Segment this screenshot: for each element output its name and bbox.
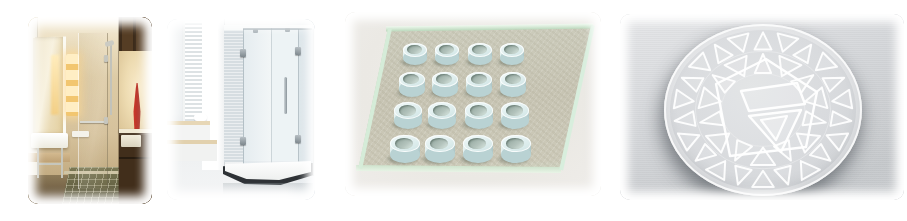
door-hinge (104, 117, 108, 124)
glass-cylinder (399, 72, 425, 97)
glass-panel-left (243, 29, 272, 176)
glass-ridge-triangle (778, 33, 799, 51)
glass-ridge-triangle (823, 78, 845, 92)
photo-glass-plate-cylinders (345, 12, 601, 196)
glass-cylinder (463, 135, 493, 164)
door-handle (284, 77, 287, 114)
vanity-counter (28, 153, 70, 162)
cylinder-hole (471, 74, 487, 84)
glass-cylinder (428, 102, 456, 129)
glass-ridge-triangle (674, 90, 694, 109)
glass-cylinder (425, 135, 455, 164)
shower-column (110, 45, 112, 115)
glass-clamp (253, 29, 258, 33)
glass-cylinder (500, 72, 526, 97)
glass-cylinder (465, 102, 493, 129)
glass-cylinder (466, 72, 492, 97)
cylinder-hole (468, 138, 486, 149)
glass-cylinder (432, 72, 458, 97)
glass-ridge-triangle (706, 161, 725, 180)
cylinder-grid (345, 12, 601, 196)
cylinder-hole (506, 138, 524, 149)
glass-ridge-triangle (735, 166, 751, 185)
glass-cylinder (500, 43, 524, 66)
photo-patterned-glass-disc (620, 14, 904, 200)
cylinder-hole (433, 105, 450, 116)
cylinder-hole (505, 74, 521, 84)
mirror-reflection (51, 55, 59, 115)
cylinder-hole (472, 45, 486, 54)
window-blinds (185, 21, 202, 124)
glass-ridge-triangle (689, 53, 710, 71)
glass-ridge-triangle (675, 111, 696, 126)
step-face (167, 144, 217, 161)
rolled-towel (194, 114, 207, 121)
chrome-hinge (240, 49, 246, 57)
glass-ridge-triangle (832, 90, 852, 109)
triangle-pattern (620, 14, 904, 200)
glass-ridge-triangle (755, 32, 772, 49)
glass-ridge-triangle (682, 78, 704, 92)
cylinder-hole (506, 105, 523, 116)
upper-cabinet (119, 17, 152, 53)
basin-sink (31, 133, 68, 148)
photo-shower-enclosure (167, 19, 315, 200)
wall-mirror (33, 36, 66, 134)
glass-ridge-triangle (810, 144, 831, 161)
cylinder-hole (407, 45, 421, 54)
glass-clamp (285, 28, 290, 32)
cylinder-hole (395, 138, 413, 149)
floor-reflection (223, 183, 313, 195)
chrome-hinge (240, 137, 246, 145)
door-hinge (104, 55, 108, 62)
photo-bathroom-shower-door (28, 17, 152, 204)
glass-ridge-triangle (715, 45, 733, 64)
sink-leg-bar (37, 163, 63, 165)
glass-ridge-triangle (831, 111, 852, 126)
glass-ridge-triangle (827, 134, 849, 151)
glass-ridge-triangle (700, 111, 723, 125)
glass-cylinder (501, 102, 529, 129)
glass-ridge-triangle (678, 134, 700, 151)
cylinder-hole (430, 138, 448, 149)
glass-cylinder (501, 135, 531, 164)
glass-cylinder (403, 43, 427, 66)
glass-ridge-triangle (774, 166, 790, 185)
shower-shelf (72, 131, 89, 137)
glass-cylinder (468, 43, 492, 66)
glass-ridge-triangle (801, 161, 820, 180)
glass-ridge-triangle (816, 53, 837, 71)
glass-ridge-triangle (793, 45, 811, 64)
chrome-hinge (295, 135, 301, 143)
glass-products-gallery (0, 0, 907, 221)
cylinder-hole (399, 105, 416, 116)
cylinder-hole (504, 45, 518, 54)
glass-cylinder (435, 43, 459, 66)
glass-ridge-triangle (752, 171, 774, 187)
glass-cylinder (390, 135, 420, 164)
folded-towels (121, 135, 141, 147)
chrome-hinge (295, 47, 301, 55)
cylinder-hole (470, 105, 487, 116)
glass-cylinder (394, 102, 422, 129)
glass-ridge-triangle (728, 33, 749, 51)
cylinder-hole (439, 45, 453, 54)
step-face (167, 125, 210, 140)
glass-ridge-triangle (696, 144, 717, 161)
